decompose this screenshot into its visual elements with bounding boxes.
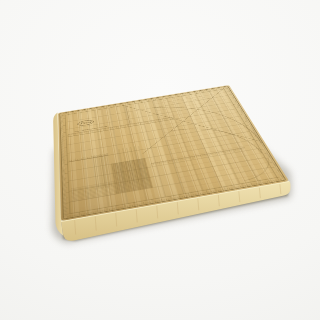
brand-tagline: The Obsessive Chef [74,125,108,133]
product-photo-stage: Fred The Obsessive Chef [0,0,320,320]
brand-logo-text: Fred [80,121,93,126]
